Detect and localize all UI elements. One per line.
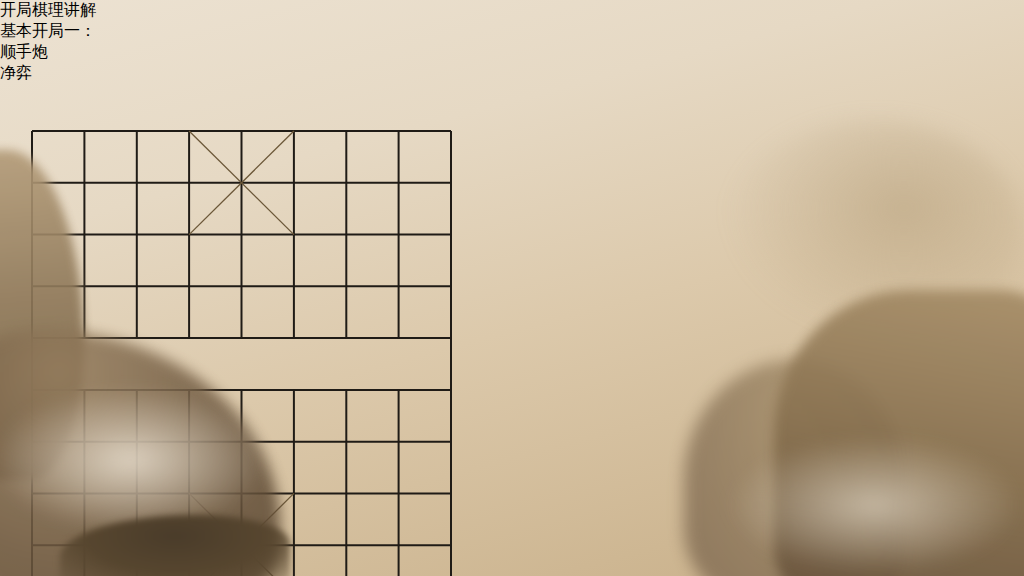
video-frame: 开局棋理讲解 基本开局一： 顺手炮 净弈 xyxy=(0,0,1024,576)
mist-right xyxy=(714,430,1024,576)
ink-landscape-background xyxy=(0,0,1024,576)
ground-strip xyxy=(0,560,1024,576)
